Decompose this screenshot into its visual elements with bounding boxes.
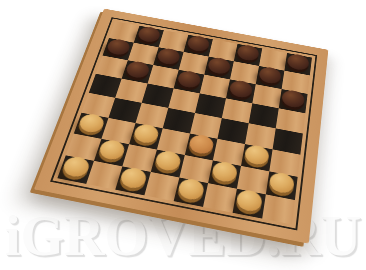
piece-light-f2[interactable] [211, 160, 239, 184]
piece-dark-c7[interactable] [156, 47, 181, 66]
square-g1[interactable] [233, 189, 266, 219]
piece-light-c1[interactable] [119, 166, 149, 190]
piece-light-h2[interactable] [268, 171, 295, 195]
playing-field [50, 17, 317, 230]
piece-dark-a7[interactable] [105, 38, 131, 57]
piece-dark-d8[interactable] [186, 35, 210, 53]
piece-dark-f6[interactable] [228, 79, 253, 99]
piece-dark-h8[interactable] [287, 53, 310, 72]
piece-dark-e7[interactable] [207, 56, 232, 75]
piece-light-a1[interactable] [61, 155, 92, 179]
piece-dark-f8[interactable] [236, 44, 260, 62]
piece-light-a3[interactable] [77, 112, 106, 134]
piece-dark-d6[interactable] [176, 70, 202, 90]
piece-light-e3[interactable] [188, 133, 215, 155]
piece-light-e1[interactable] [177, 177, 206, 202]
piece-dark-b6[interactable] [125, 60, 151, 79]
piece-light-d2[interactable] [154, 149, 182, 172]
product-photo-scene: iGROVED.RU [0, 0, 366, 270]
square-f1[interactable] [203, 183, 237, 213]
piece-light-b2[interactable] [97, 139, 126, 162]
piece-dark-g7[interactable] [258, 66, 282, 85]
piece-light-g1[interactable] [235, 188, 263, 213]
piece-dark-b8[interactable] [136, 25, 161, 43]
piece-light-c3[interactable] [132, 123, 160, 145]
square-h1[interactable] [262, 194, 295, 224]
piece-light-g3[interactable] [244, 144, 270, 167]
checkers-grid [57, 21, 312, 224]
